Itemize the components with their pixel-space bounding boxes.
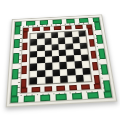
inner-track-cell — [32, 27, 39, 31]
outer-track-cell — [72, 93, 83, 100]
inner-track-corner-cell — [94, 84, 101, 89]
board-square[interactable] — [37, 77, 45, 84]
board-square[interactable] — [83, 74, 91, 81]
board-square[interactable] — [30, 77, 38, 84]
inner-track-cell — [92, 62, 98, 71]
inner-track-cell — [56, 86, 65, 91]
inner-track-cell — [21, 66, 26, 75]
outer-track-corner-cell — [10, 96, 19, 103]
inner-track-cell — [94, 75, 101, 84]
inner-track-left-strip — [21, 32, 28, 88]
inner-track-cell — [21, 79, 27, 88]
outer-track-corner-cell — [103, 91, 112, 98]
outer-track-cell — [56, 94, 67, 101]
outer-track-cell — [40, 94, 50, 101]
inner-track-cell — [44, 86, 52, 91]
combination-game-board — [6, 14, 118, 107]
inner-track-cell — [32, 87, 40, 93]
photo-background: { "game": "chess", "position": { "fen": … — [0, 0, 120, 120]
outer-track-cell — [103, 80, 111, 92]
game-board-photo — [6, 14, 118, 107]
outer-track-cell — [24, 95, 35, 102]
chessboard — [28, 30, 92, 85]
